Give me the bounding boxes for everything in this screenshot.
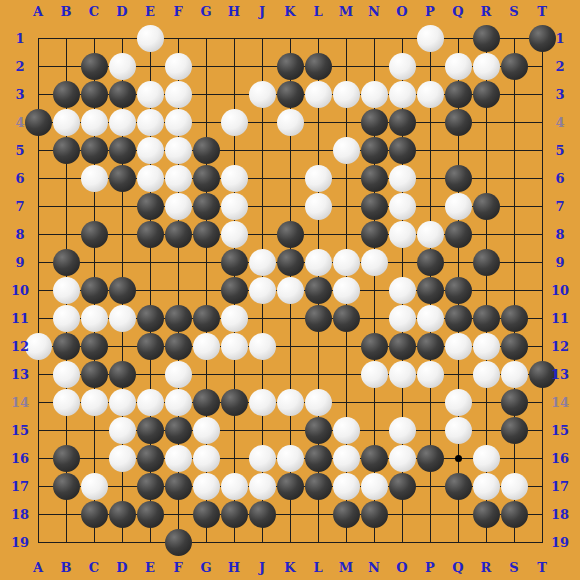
white-stone xyxy=(81,473,108,500)
white-stone xyxy=(193,333,220,360)
column-label-bottom: N xyxy=(368,560,380,575)
black-stone xyxy=(193,165,220,192)
go-board: AABBCCDDEEFFGGHHJJKKLLMMNNOOPPQQRRSSTT11… xyxy=(0,0,580,580)
white-stone xyxy=(361,361,388,388)
column-label-top: Q xyxy=(452,4,463,19)
row-label-right: 4 xyxy=(555,115,564,130)
black-stone xyxy=(333,305,360,332)
black-stone xyxy=(305,277,332,304)
star-point-dot xyxy=(455,455,462,462)
row-label-left: 7 xyxy=(15,199,24,214)
row-label-left: 16 xyxy=(11,451,29,466)
black-stone xyxy=(305,53,332,80)
white-stone xyxy=(501,473,528,500)
white-stone xyxy=(165,53,192,80)
white-stone xyxy=(25,333,52,360)
column-label-bottom: R xyxy=(481,560,492,575)
row-label-left: 6 xyxy=(15,171,24,186)
white-stone xyxy=(445,193,472,220)
black-stone xyxy=(193,305,220,332)
black-stone xyxy=(165,529,192,556)
black-stone xyxy=(389,333,416,360)
white-stone xyxy=(333,137,360,164)
row-label-right: 8 xyxy=(555,227,564,242)
white-stone xyxy=(109,305,136,332)
black-stone xyxy=(305,445,332,472)
row-label-left: 12 xyxy=(11,339,29,354)
white-stone xyxy=(277,389,304,416)
white-stone xyxy=(417,81,444,108)
white-stone xyxy=(193,417,220,444)
column-label-bottom: P xyxy=(425,560,435,575)
black-stone xyxy=(417,333,444,360)
black-stone xyxy=(137,501,164,528)
white-stone xyxy=(333,249,360,276)
white-stone xyxy=(305,249,332,276)
white-stone xyxy=(249,277,276,304)
white-stone xyxy=(389,445,416,472)
column-label-bottom: Q xyxy=(452,560,463,575)
white-stone xyxy=(193,473,220,500)
white-stone xyxy=(137,25,164,52)
white-stone xyxy=(277,277,304,304)
column-label-top: S xyxy=(509,4,518,19)
grid-line-vertical xyxy=(514,38,515,543)
black-stone xyxy=(165,221,192,248)
row-label-right: 3 xyxy=(555,87,564,102)
black-stone xyxy=(417,445,444,472)
white-stone xyxy=(109,53,136,80)
black-stone xyxy=(417,277,444,304)
black-stone xyxy=(25,109,52,136)
white-stone xyxy=(137,109,164,136)
row-label-right: 6 xyxy=(555,171,564,186)
white-stone xyxy=(53,277,80,304)
black-stone xyxy=(389,109,416,136)
column-label-top: F xyxy=(173,4,182,19)
row-label-left: 11 xyxy=(11,311,29,326)
black-stone xyxy=(81,333,108,360)
column-label-top: L xyxy=(313,4,322,19)
black-stone xyxy=(165,473,192,500)
white-stone xyxy=(165,165,192,192)
black-stone xyxy=(53,249,80,276)
black-stone xyxy=(361,445,388,472)
white-stone xyxy=(165,137,192,164)
row-label-right: 18 xyxy=(551,507,569,522)
black-stone xyxy=(193,389,220,416)
white-stone xyxy=(53,305,80,332)
row-label-right: 7 xyxy=(555,199,564,214)
column-label-bottom: M xyxy=(339,560,353,575)
white-stone xyxy=(81,165,108,192)
white-stone xyxy=(221,109,248,136)
white-stone xyxy=(165,81,192,108)
white-stone xyxy=(249,445,276,472)
white-stone xyxy=(165,109,192,136)
black-stone xyxy=(193,501,220,528)
column-label-top: B xyxy=(61,4,72,19)
row-label-left: 3 xyxy=(15,87,24,102)
row-label-left: 18 xyxy=(11,507,29,522)
black-stone xyxy=(361,501,388,528)
column-label-top: E xyxy=(145,4,155,19)
white-stone xyxy=(221,305,248,332)
black-stone xyxy=(361,165,388,192)
column-label-top: T xyxy=(537,4,547,19)
white-stone xyxy=(137,137,164,164)
column-label-bottom: S xyxy=(509,560,518,575)
black-stone xyxy=(249,501,276,528)
column-label-bottom: J xyxy=(259,560,265,575)
white-stone xyxy=(389,165,416,192)
white-stone xyxy=(193,445,220,472)
white-stone xyxy=(445,389,472,416)
black-stone xyxy=(501,389,528,416)
black-stone xyxy=(53,445,80,472)
black-stone xyxy=(361,137,388,164)
white-stone xyxy=(473,445,500,472)
black-stone xyxy=(417,249,444,276)
white-stone xyxy=(389,305,416,332)
row-label-left: 15 xyxy=(11,423,29,438)
white-stone xyxy=(305,193,332,220)
white-stone xyxy=(249,333,276,360)
column-label-top: H xyxy=(228,4,240,19)
black-stone xyxy=(445,109,472,136)
black-stone xyxy=(137,193,164,220)
column-label-bottom: C xyxy=(89,560,99,575)
black-stone xyxy=(305,305,332,332)
grid-line-vertical xyxy=(542,38,543,543)
column-label-bottom: G xyxy=(200,560,211,575)
white-stone xyxy=(389,417,416,444)
white-stone xyxy=(109,445,136,472)
white-stone xyxy=(389,193,416,220)
black-stone xyxy=(193,193,220,220)
black-stone xyxy=(165,333,192,360)
black-stone xyxy=(137,305,164,332)
white-stone xyxy=(333,445,360,472)
black-stone xyxy=(445,165,472,192)
white-stone xyxy=(81,305,108,332)
white-stone xyxy=(473,361,500,388)
white-stone xyxy=(277,445,304,472)
column-label-bottom: D xyxy=(116,560,127,575)
white-stone xyxy=(221,165,248,192)
column-label-top: K xyxy=(284,4,295,19)
column-label-bottom: A xyxy=(33,560,43,575)
black-stone xyxy=(445,221,472,248)
black-stone xyxy=(361,109,388,136)
row-label-right: 12 xyxy=(551,339,569,354)
white-stone xyxy=(389,81,416,108)
black-stone xyxy=(109,81,136,108)
black-stone xyxy=(53,473,80,500)
row-label-left: 13 xyxy=(11,367,29,382)
row-label-left: 17 xyxy=(11,479,29,494)
column-label-bottom: T xyxy=(537,560,547,575)
white-stone xyxy=(109,109,136,136)
black-stone xyxy=(193,221,220,248)
black-stone xyxy=(473,81,500,108)
black-stone xyxy=(109,165,136,192)
row-label-left: 19 xyxy=(11,535,29,550)
white-stone xyxy=(53,389,80,416)
row-label-right: 5 xyxy=(555,143,564,158)
white-stone xyxy=(109,389,136,416)
black-stone xyxy=(389,473,416,500)
black-stone xyxy=(277,249,304,276)
black-stone xyxy=(53,81,80,108)
white-stone xyxy=(165,193,192,220)
white-stone xyxy=(473,333,500,360)
black-stone xyxy=(81,277,108,304)
white-stone xyxy=(389,361,416,388)
white-stone xyxy=(81,109,108,136)
column-label-bottom: L xyxy=(313,560,322,575)
white-stone xyxy=(109,417,136,444)
black-stone xyxy=(137,221,164,248)
black-stone xyxy=(305,473,332,500)
black-stone xyxy=(389,137,416,164)
black-stone xyxy=(473,501,500,528)
white-stone xyxy=(53,109,80,136)
white-stone xyxy=(389,221,416,248)
column-label-top: A xyxy=(33,4,43,19)
black-stone xyxy=(137,473,164,500)
black-stone xyxy=(501,333,528,360)
black-stone xyxy=(529,25,556,52)
white-stone xyxy=(333,417,360,444)
black-stone xyxy=(501,501,528,528)
column-label-bottom: E xyxy=(145,560,155,575)
black-stone xyxy=(137,445,164,472)
white-stone xyxy=(389,277,416,304)
column-label-top: O xyxy=(396,4,407,19)
white-stone xyxy=(417,221,444,248)
row-label-left: 4 xyxy=(15,115,24,130)
column-label-top: R xyxy=(481,4,492,19)
row-label-left: 2 xyxy=(15,59,24,74)
white-stone xyxy=(501,361,528,388)
black-stone xyxy=(109,137,136,164)
row-label-right: 14 xyxy=(551,395,569,410)
black-stone xyxy=(109,501,136,528)
white-stone xyxy=(361,249,388,276)
white-stone xyxy=(249,249,276,276)
black-stone xyxy=(501,53,528,80)
black-stone xyxy=(361,333,388,360)
column-label-top: P xyxy=(425,4,435,19)
white-stone xyxy=(417,361,444,388)
black-stone xyxy=(473,249,500,276)
black-stone xyxy=(165,417,192,444)
row-label-left: 5 xyxy=(15,143,24,158)
black-stone xyxy=(445,81,472,108)
white-stone xyxy=(165,445,192,472)
row-label-left: 9 xyxy=(15,255,24,270)
black-stone xyxy=(221,501,248,528)
black-stone xyxy=(137,417,164,444)
white-stone xyxy=(333,277,360,304)
white-stone xyxy=(305,389,332,416)
black-stone xyxy=(81,137,108,164)
row-label-right: 1 xyxy=(555,31,564,46)
row-label-right: 11 xyxy=(551,311,569,326)
column-label-top: N xyxy=(368,4,380,19)
black-stone xyxy=(277,473,304,500)
white-stone xyxy=(221,193,248,220)
white-stone xyxy=(137,389,164,416)
white-stone xyxy=(221,221,248,248)
black-stone xyxy=(221,389,248,416)
black-stone xyxy=(361,193,388,220)
white-stone xyxy=(361,473,388,500)
white-stone xyxy=(249,473,276,500)
black-stone xyxy=(445,305,472,332)
white-stone xyxy=(81,389,108,416)
black-stone xyxy=(221,249,248,276)
column-label-bottom: O xyxy=(396,560,407,575)
row-label-left: 1 xyxy=(15,31,24,46)
black-stone xyxy=(501,305,528,332)
row-label-right: 2 xyxy=(555,59,564,74)
white-stone xyxy=(165,361,192,388)
column-label-top: D xyxy=(116,4,127,19)
white-stone xyxy=(333,81,360,108)
row-label-right: 19 xyxy=(551,535,569,550)
white-stone xyxy=(249,81,276,108)
black-stone xyxy=(193,137,220,164)
black-stone xyxy=(137,333,164,360)
black-stone xyxy=(81,81,108,108)
black-stone xyxy=(305,417,332,444)
white-stone xyxy=(249,389,276,416)
row-label-right: 16 xyxy=(551,451,569,466)
black-stone xyxy=(473,305,500,332)
column-label-top: J xyxy=(259,4,265,19)
white-stone xyxy=(137,81,164,108)
white-stone xyxy=(473,53,500,80)
column-label-bottom: K xyxy=(284,560,295,575)
white-stone xyxy=(389,53,416,80)
black-stone xyxy=(277,81,304,108)
black-stone xyxy=(165,305,192,332)
black-stone xyxy=(109,361,136,388)
black-stone xyxy=(473,193,500,220)
column-label-top: M xyxy=(339,4,353,19)
black-stone xyxy=(53,137,80,164)
column-label-bottom: F xyxy=(173,560,182,575)
black-stone xyxy=(81,53,108,80)
column-label-top: C xyxy=(89,4,99,19)
black-stone xyxy=(109,277,136,304)
white-stone xyxy=(361,81,388,108)
white-stone xyxy=(221,473,248,500)
white-stone xyxy=(445,333,472,360)
row-label-left: 8 xyxy=(15,227,24,242)
black-stone xyxy=(81,501,108,528)
black-stone xyxy=(333,501,360,528)
column-label-bottom: B xyxy=(61,560,72,575)
row-label-right: 10 xyxy=(551,283,569,298)
white-stone xyxy=(305,81,332,108)
row-label-right: 9 xyxy=(555,255,564,270)
row-label-right: 17 xyxy=(551,479,569,494)
white-stone xyxy=(333,473,360,500)
black-stone xyxy=(81,361,108,388)
black-stone xyxy=(81,221,108,248)
row-label-left: 14 xyxy=(11,395,29,410)
black-stone xyxy=(473,25,500,52)
white-stone xyxy=(445,417,472,444)
white-stone xyxy=(445,53,472,80)
black-stone xyxy=(361,221,388,248)
white-stone xyxy=(221,333,248,360)
row-label-right: 15 xyxy=(551,423,569,438)
black-stone xyxy=(445,277,472,304)
grid-line-horizontal xyxy=(38,542,543,543)
white-stone xyxy=(417,25,444,52)
black-stone xyxy=(445,473,472,500)
column-label-top: G xyxy=(200,4,211,19)
row-label-right: 13 xyxy=(551,367,569,382)
white-stone xyxy=(473,473,500,500)
black-stone xyxy=(221,277,248,304)
black-stone xyxy=(53,333,80,360)
white-stone xyxy=(137,165,164,192)
white-stone xyxy=(53,361,80,388)
black-stone xyxy=(277,221,304,248)
row-label-left: 10 xyxy=(11,283,29,298)
white-stone xyxy=(417,305,444,332)
white-stone xyxy=(277,109,304,136)
white-stone xyxy=(165,389,192,416)
column-label-bottom: H xyxy=(228,560,240,575)
black-stone xyxy=(501,417,528,444)
board-grid[interactable] xyxy=(0,0,580,580)
white-stone xyxy=(305,165,332,192)
black-stone xyxy=(277,53,304,80)
